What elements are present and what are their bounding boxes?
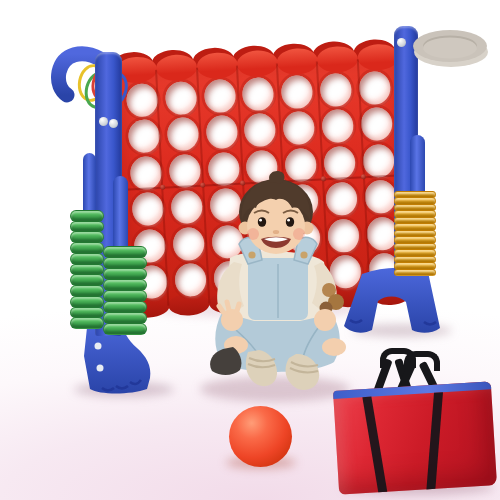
board-scallop-front	[357, 43, 399, 71]
board-hole-empty	[130, 156, 163, 191]
board-scallop-front	[317, 45, 359, 73]
bag-body	[333, 381, 497, 494]
board-hole-empty	[281, 75, 314, 110]
stack-ring	[394, 269, 436, 276]
left-rear-peg	[83, 153, 96, 217]
board-hole-empty	[164, 81, 197, 116]
bag-strap-front	[426, 392, 443, 489]
board-hole-empty	[126, 83, 159, 118]
board-scallop-front	[156, 54, 198, 82]
green-ring-stack-front	[103, 247, 147, 335]
stack-ring	[70, 296, 104, 308]
board-hole-empty	[359, 70, 392, 105]
board-hole-empty	[322, 109, 355, 144]
carry-bag	[332, 346, 500, 496]
board-hole-empty	[131, 192, 164, 227]
board-screw	[160, 185, 165, 190]
board-scallop-front	[236, 50, 278, 78]
red-ball	[229, 406, 292, 467]
right-post-screw	[397, 38, 406, 47]
board-hole-empty	[283, 111, 316, 146]
stack-ring	[70, 253, 104, 265]
board-hole-empty	[360, 107, 393, 142]
board-hole-empty	[242, 77, 275, 112]
basketball-hoop	[412, 26, 492, 72]
board-hole-empty	[166, 117, 199, 152]
stack-ring	[70, 317, 104, 329]
board-hole-empty	[128, 119, 161, 154]
left-post-screw-2	[109, 119, 118, 128]
right-peg	[410, 135, 425, 197]
product-photo-scene	[0, 0, 500, 500]
board-hole-empty	[203, 79, 236, 114]
board-hole-empty	[320, 72, 353, 107]
bag-handle	[404, 351, 440, 371]
yellow-ring-stack	[394, 192, 436, 276]
board-scallop-front	[196, 52, 238, 80]
board-hole-empty	[364, 180, 397, 215]
board-hole-empty	[244, 113, 277, 148]
left-front-peg	[113, 176, 128, 254]
board-hole-empty	[362, 143, 395, 178]
stack-ring	[103, 323, 147, 335]
stack-ring	[70, 210, 104, 222]
board-hole-empty	[205, 115, 238, 150]
green-ring-stack-rear	[70, 211, 104, 329]
bag-strap-front	[362, 397, 387, 493]
left-post-screw-1	[99, 117, 108, 126]
board-scallop-front	[276, 47, 318, 75]
